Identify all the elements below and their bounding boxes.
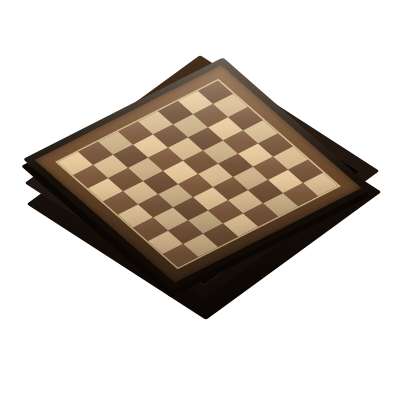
chessboard (23, 57, 373, 290)
product-photo-stage (0, 0, 400, 400)
